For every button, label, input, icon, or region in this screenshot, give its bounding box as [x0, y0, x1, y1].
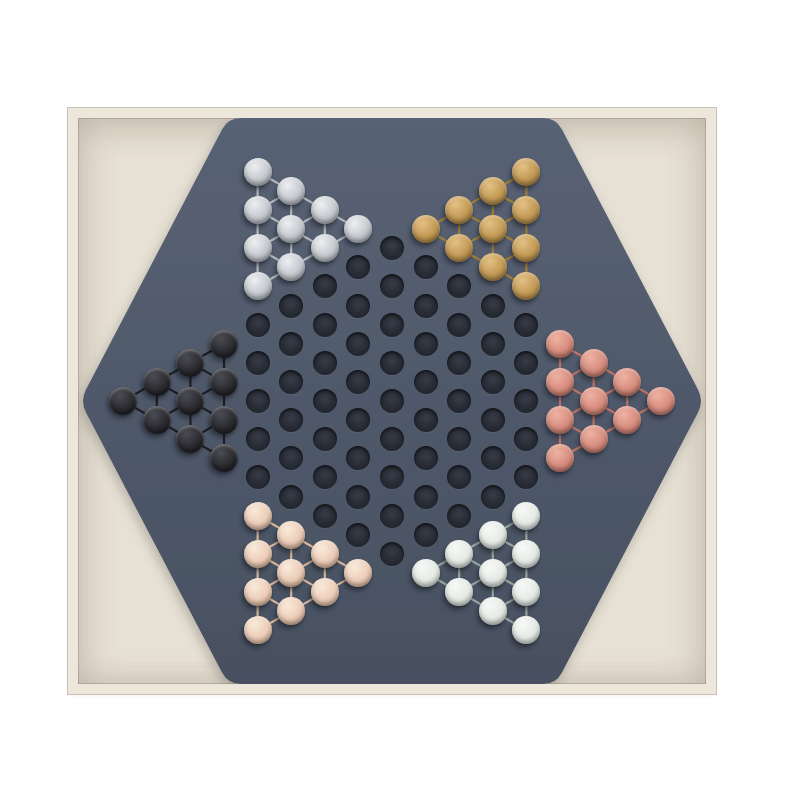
hole-c9-r2[interactable]: [414, 294, 438, 318]
peg-black[interactable]: [143, 406, 171, 434]
hole-c7-r4[interactable]: [346, 370, 370, 394]
hole-c11-r8[interactable]: [481, 485, 505, 509]
hole-c10-r7[interactable]: [447, 465, 471, 489]
hole-c12-r8[interactable]: [514, 465, 538, 489]
hole-c12-r9[interactable]: [514, 504, 538, 528]
peg-silver[interactable]: [244, 158, 272, 186]
hole-c9-r3[interactable]: [414, 332, 438, 356]
peg-pale-white[interactable]: [479, 521, 507, 549]
hole-c9-r1[interactable]: [414, 255, 438, 279]
peg-pale-white[interactable]: [445, 578, 473, 606]
peg-pale-white[interactable]: [512, 502, 540, 530]
peg-blush[interactable]: [277, 559, 305, 587]
peg-pale-white[interactable]: [512, 540, 540, 568]
peg-gold[interactable]: [412, 215, 440, 243]
hole-c7-r1[interactable]: [346, 255, 370, 279]
hole-c12-r6[interactable]: [514, 389, 538, 413]
peg-blush[interactable]: [311, 578, 339, 606]
hole-c10-r1[interactable]: [447, 236, 471, 260]
hole-c0-r0[interactable]: [111, 389, 135, 413]
hole-c5-r2[interactable]: [279, 255, 303, 279]
hole-c8-r5[interactable]: [380, 427, 404, 451]
peg-pale-white[interactable]: [479, 597, 507, 625]
hole-c8-r4[interactable]: [380, 389, 404, 413]
hole-c1-r1[interactable]: [145, 408, 169, 432]
hole-c6-r10[interactable]: [313, 580, 337, 604]
peg-gold[interactable]: [512, 234, 540, 262]
hole-c11-r9[interactable]: [481, 523, 505, 547]
peg-black[interactable]: [210, 330, 238, 358]
hole-c16-r0[interactable]: [649, 389, 673, 413]
peg-blush[interactable]: [244, 616, 272, 644]
peg-gold[interactable]: [512, 272, 540, 300]
hole-c5-r8[interactable]: [279, 485, 303, 509]
hole-c12-r1[interactable]: [514, 198, 538, 222]
peg-black[interactable]: [176, 349, 204, 377]
hole-c6-r0[interactable]: [313, 198, 337, 222]
hole-c8-r0[interactable]: [380, 236, 404, 260]
peg-gold[interactable]: [479, 177, 507, 205]
page-background: [0, 0, 800, 800]
hole-c3-r3[interactable]: [212, 446, 236, 470]
hole-c10-r6[interactable]: [447, 427, 471, 451]
hole-c11-r1[interactable]: [481, 217, 505, 241]
game-box: [68, 108, 716, 694]
hole-c8-r3[interactable]: [380, 351, 404, 375]
hole-c13-r3[interactable]: [548, 446, 572, 470]
peg-gold[interactable]: [479, 215, 507, 243]
peg-pale-white[interactable]: [479, 559, 507, 587]
hole-c4-r4[interactable]: [246, 313, 270, 337]
hole-c6-r5[interactable]: [313, 389, 337, 413]
box-floor: [78, 118, 706, 684]
hole-c11-r6[interactable]: [481, 408, 505, 432]
peg-silver[interactable]: [244, 272, 272, 300]
peg-blush[interactable]: [344, 559, 372, 587]
peg-coral-pink[interactable]: [546, 330, 574, 358]
hole-c4-r7[interactable]: [246, 427, 270, 451]
hole-c12-r11[interactable]: [514, 580, 538, 604]
hole-c4-r3[interactable]: [246, 274, 270, 298]
peg-coral-pink[interactable]: [546, 444, 574, 472]
hole-c12-r12[interactable]: [514, 618, 538, 642]
hole-c5-r4[interactable]: [279, 332, 303, 356]
hole-c14-r1[interactable]: [582, 389, 606, 413]
peg-coral-pink[interactable]: [580, 425, 608, 453]
hole-c13-r0[interactable]: [548, 332, 572, 356]
hole-c5-r7[interactable]: [279, 446, 303, 470]
hole-c8-r8[interactable]: [380, 542, 404, 566]
peg-coral-pink[interactable]: [546, 406, 574, 434]
hole-c11-r3[interactable]: [481, 294, 505, 318]
peg-gold[interactable]: [512, 158, 540, 186]
hole-c12-r3[interactable]: [514, 274, 538, 298]
hole-c9-r6[interactable]: [414, 446, 438, 470]
hole-c4-r2[interactable]: [246, 236, 270, 260]
peg-silver[interactable]: [244, 196, 272, 224]
peg-blush[interactable]: [277, 597, 305, 625]
hole-c5-r10[interactable]: [279, 561, 303, 585]
hole-c11-r4[interactable]: [481, 332, 505, 356]
peg-pale-white[interactable]: [412, 559, 440, 587]
hole-c7-r2[interactable]: [346, 294, 370, 318]
board-cells: [78, 118, 706, 684]
peg-silver[interactable]: [311, 196, 339, 224]
peg-black[interactable]: [176, 425, 204, 453]
peg-pale-white[interactable]: [512, 616, 540, 644]
hole-c3-r1[interactable]: [212, 370, 236, 394]
hole-c15-r1[interactable]: [615, 408, 639, 432]
peg-silver[interactable]: [344, 215, 372, 243]
hole-c4-r8[interactable]: [246, 465, 270, 489]
peg-gold[interactable]: [445, 234, 473, 262]
hole-c5-r0[interactable]: [279, 179, 303, 203]
hole-c8-r7[interactable]: [380, 504, 404, 528]
peg-blush[interactable]: [311, 540, 339, 568]
hole-c11-r11[interactable]: [481, 599, 505, 623]
hole-c9-r5[interactable]: [414, 408, 438, 432]
hole-c4-r0[interactable]: [246, 160, 270, 184]
peg-gold[interactable]: [512, 196, 540, 224]
hole-c10-r9[interactable]: [447, 542, 471, 566]
hole-c3-r2[interactable]: [212, 408, 236, 432]
hole-c9-r0[interactable]: [414, 217, 438, 241]
hole-c3-r0[interactable]: [212, 332, 236, 356]
hole-c6-r1[interactable]: [313, 236, 337, 260]
hole-c7-r8[interactable]: [346, 523, 370, 547]
hole-c12-r7[interactable]: [514, 427, 538, 451]
hole-c10-r3[interactable]: [447, 313, 471, 337]
hole-c11-r7[interactable]: [481, 446, 505, 470]
hole-c11-r5[interactable]: [481, 370, 505, 394]
hole-c4-r6[interactable]: [246, 389, 270, 413]
hole-c10-r0[interactable]: [447, 198, 471, 222]
peg-pale-white[interactable]: [512, 578, 540, 606]
hole-c7-r6[interactable]: [346, 446, 370, 470]
peg-silver[interactable]: [311, 234, 339, 262]
hole-c10-r2[interactable]: [447, 274, 471, 298]
peg-coral-pink[interactable]: [613, 368, 641, 396]
peg-gold[interactable]: [445, 196, 473, 224]
hole-c4-r1[interactable]: [246, 198, 270, 222]
hole-c4-r11[interactable]: [246, 580, 270, 604]
hole-c6-r8[interactable]: [313, 504, 337, 528]
peg-pale-white[interactable]: [445, 540, 473, 568]
hole-c5-r9[interactable]: [279, 523, 303, 547]
hole-c11-r0[interactable]: [481, 179, 505, 203]
hole-c4-r10[interactable]: [246, 542, 270, 566]
hole-c11-r10[interactable]: [481, 561, 505, 585]
hole-c10-r10[interactable]: [447, 580, 471, 604]
hole-c13-r1[interactable]: [548, 370, 572, 394]
peg-silver[interactable]: [277, 177, 305, 205]
peg-blush[interactable]: [244, 578, 272, 606]
hole-c8-r6[interactable]: [380, 465, 404, 489]
peg-silver[interactable]: [277, 253, 305, 281]
hole-c9-r4[interactable]: [414, 370, 438, 394]
hole-c12-r0[interactable]: [514, 160, 538, 184]
hole-c7-r5[interactable]: [346, 408, 370, 432]
peg-black[interactable]: [176, 387, 204, 415]
hole-c5-r1[interactable]: [279, 217, 303, 241]
hole-c8-r1[interactable]: [380, 274, 404, 298]
hole-c1-r0[interactable]: [145, 370, 169, 394]
hole-c6-r9[interactable]: [313, 542, 337, 566]
hole-c12-r4[interactable]: [514, 313, 538, 337]
hole-c7-r7[interactable]: [346, 485, 370, 509]
hole-c5-r3[interactable]: [279, 294, 303, 318]
hole-c7-r3[interactable]: [346, 332, 370, 356]
hole-c10-r4[interactable]: [447, 351, 471, 375]
hole-c12-r2[interactable]: [514, 236, 538, 260]
peg-coral-pink[interactable]: [647, 387, 675, 415]
peg-coral-pink[interactable]: [580, 349, 608, 377]
hole-c12-r10[interactable]: [514, 542, 538, 566]
hole-c12-r5[interactable]: [514, 351, 538, 375]
hole-c14-r0[interactable]: [582, 351, 606, 375]
hole-c5-r5[interactable]: [279, 370, 303, 394]
peg-blush[interactable]: [277, 521, 305, 549]
hole-c6-r2[interactable]: [313, 274, 337, 298]
hole-c10-r8[interactable]: [447, 504, 471, 528]
hole-c15-r0[interactable]: [615, 370, 639, 394]
hole-c13-r2[interactable]: [548, 408, 572, 432]
peg-blush[interactable]: [244, 540, 272, 568]
peg-gold[interactable]: [479, 253, 507, 281]
peg-blush[interactable]: [244, 502, 272, 530]
hole-c6-r7[interactable]: [313, 465, 337, 489]
peg-coral-pink[interactable]: [546, 368, 574, 396]
peg-black[interactable]: [210, 444, 238, 472]
hole-c9-r7[interactable]: [414, 485, 438, 509]
hole-c4-r12[interactable]: [246, 618, 270, 642]
hole-c10-r5[interactable]: [447, 389, 471, 413]
hole-c5-r6[interactable]: [279, 408, 303, 432]
peg-black[interactable]: [210, 406, 238, 434]
hole-c9-r8[interactable]: [414, 523, 438, 547]
hole-c2-r1[interactable]: [178, 389, 202, 413]
hole-c6-r3[interactable]: [313, 313, 337, 337]
hole-c14-r2[interactable]: [582, 427, 606, 451]
hole-c11-r2[interactable]: [481, 255, 505, 279]
hole-c7-r9[interactable]: [346, 561, 370, 585]
hole-c6-r6[interactable]: [313, 427, 337, 451]
peg-black[interactable]: [210, 368, 238, 396]
hole-c4-r9[interactable]: [246, 504, 270, 528]
peg-coral-pink[interactable]: [613, 406, 641, 434]
hole-c9-r9[interactable]: [414, 561, 438, 585]
peg-silver[interactable]: [277, 215, 305, 243]
hole-c2-r2[interactable]: [178, 427, 202, 451]
hole-c5-r11[interactable]: [279, 599, 303, 623]
peg-black[interactable]: [109, 387, 137, 415]
hole-c8-r2[interactable]: [380, 313, 404, 337]
peg-silver[interactable]: [244, 234, 272, 262]
hole-c6-r4[interactable]: [313, 351, 337, 375]
peg-black[interactable]: [143, 368, 171, 396]
hole-c7-r0[interactable]: [346, 217, 370, 241]
hole-c4-r5[interactable]: [246, 351, 270, 375]
hole-c2-r0[interactable]: [178, 351, 202, 375]
peg-coral-pink[interactable]: [580, 387, 608, 415]
